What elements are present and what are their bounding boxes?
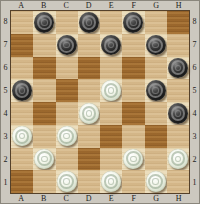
square-a5[interactable] [11,79,33,102]
square-c1[interactable] [56,170,78,193]
square-a4[interactable] [11,102,33,125]
black-man-a5[interactable] [12,80,32,101]
black-man-e7[interactable] [101,35,121,56]
file-label-top-h: H [168,1,191,10]
square-e5[interactable] [100,79,122,102]
square-d1[interactable] [78,170,100,193]
file-label-top-d: D [78,1,101,10]
square-f7[interactable] [122,34,144,57]
square-e2[interactable] [100,148,122,171]
black-man-b8[interactable] [34,12,54,33]
square-b7[interactable] [33,34,55,57]
square-f2[interactable] [122,148,144,171]
rank-label-left-3: 3 [1,125,10,148]
square-b6[interactable] [33,57,55,80]
rank-label-left-5: 5 [1,79,10,102]
square-d7[interactable] [78,34,100,57]
square-b8[interactable] [33,11,55,34]
rank-label-left-2: 2 [1,148,10,171]
square-g1[interactable] [145,170,167,193]
rank-label-right-1: 1 [190,171,199,194]
white-man-e1[interactable] [101,171,121,192]
square-e1[interactable] [100,170,122,193]
black-man-h4[interactable] [168,103,188,124]
square-d4[interactable] [78,102,100,125]
square-b1[interactable] [33,170,55,193]
rank-label-left-4: 4 [1,102,10,125]
file-label-top-b: B [33,1,56,10]
rank-label-right-4: 4 [190,102,199,125]
square-e4[interactable] [100,102,122,125]
square-e7[interactable] [100,34,122,57]
square-c2[interactable] [56,148,78,171]
white-man-b2[interactable] [34,149,54,170]
rank-label-right-7: 7 [190,33,199,56]
file-label-bottom-h: H [168,194,191,203]
square-g8[interactable] [145,11,167,34]
file-label-top-f: F [123,1,146,10]
square-h2[interactable] [167,148,189,171]
file-label-bottom-e: E [100,194,123,203]
square-a3[interactable] [11,125,33,148]
black-man-c7[interactable] [57,35,77,56]
white-man-c1[interactable] [57,171,77,192]
rank-label-left-6: 6 [1,56,10,79]
file-label-bottom-f: F [123,194,146,203]
square-c3[interactable] [56,125,78,148]
black-man-h6[interactable] [168,58,188,79]
rank-label-right-2: 2 [190,148,199,171]
square-f5[interactable] [122,79,144,102]
square-c6[interactable] [56,57,78,80]
square-f4[interactable] [122,102,144,125]
square-d6[interactable] [78,57,100,80]
rank-label-right-8: 8 [190,10,199,33]
square-h7[interactable] [167,34,189,57]
rank-label-right-6: 6 [190,56,199,79]
file-label-bottom-g: G [145,194,168,203]
file-label-bottom-b: B [33,194,56,203]
square-g7[interactable] [145,34,167,57]
square-c8[interactable] [56,11,78,34]
file-label-top-g: G [145,1,168,10]
white-man-h2[interactable] [168,149,188,170]
square-b3[interactable] [33,125,55,148]
square-h3[interactable] [167,125,189,148]
rank-label-left-8: 8 [1,10,10,33]
square-h1[interactable] [167,170,189,193]
white-man-c3[interactable] [57,126,77,147]
square-d3[interactable] [78,125,100,148]
file-labels-bottom: ABCDEFGH [10,194,190,203]
black-man-g5[interactable] [146,80,166,101]
square-e6[interactable] [100,57,122,80]
square-d8[interactable] [78,11,100,34]
black-man-f8[interactable] [123,12,143,33]
square-a6[interactable] [11,57,33,80]
rank-label-left-7: 7 [1,33,10,56]
board [10,10,190,194]
white-man-g1[interactable] [146,171,166,192]
square-f3[interactable] [122,125,144,148]
square-c4[interactable] [56,102,78,125]
square-e8[interactable] [100,11,122,34]
white-man-f2[interactable] [123,149,143,170]
square-h8[interactable] [167,11,189,34]
rank-labels-right: 87654321 [190,10,199,194]
file-labels-top: ABCDEFGH [10,1,190,10]
black-man-g7[interactable] [146,35,166,56]
file-label-top-a: A [10,1,33,10]
square-e3[interactable] [100,125,122,148]
square-f8[interactable] [122,11,144,34]
square-d5[interactable] [78,79,100,102]
rank-labels-left: 87654321 [1,10,10,194]
white-man-e5[interactable] [101,80,121,101]
square-g4[interactable] [145,102,167,125]
square-b2[interactable] [33,148,55,171]
file-label-bottom-d: D [78,194,101,203]
file-label-top-c: C [55,1,78,10]
square-c7[interactable] [56,34,78,57]
square-f6[interactable] [122,57,144,80]
square-b5[interactable] [33,79,55,102]
square-d2[interactable] [78,148,100,171]
file-label-top-e: E [100,1,123,10]
square-b4[interactable] [33,102,55,125]
rank-label-right-5: 5 [190,79,199,102]
white-man-d4[interactable] [79,103,99,124]
square-a7[interactable] [11,34,33,57]
square-g5[interactable] [145,79,167,102]
square-c5[interactable] [56,79,78,102]
rank-label-left-1: 1 [1,171,10,194]
square-h6[interactable] [167,57,189,80]
checkers-board-frame: ABCDEFGH 87654321 87654321 ABCDEFGH [0,0,200,204]
rank-label-right-3: 3 [190,125,199,148]
square-g6[interactable] [145,57,167,80]
file-label-bottom-c: C [55,194,78,203]
square-g2[interactable] [145,148,167,171]
white-man-a3[interactable] [12,126,32,147]
square-f1[interactable] [122,170,144,193]
square-a1[interactable] [11,170,33,193]
square-g3[interactable] [145,125,167,148]
square-a2[interactable] [11,148,33,171]
black-man-d8[interactable] [79,12,99,33]
square-a8[interactable] [11,11,33,34]
file-label-bottom-a: A [10,194,33,203]
square-h5[interactable] [167,79,189,102]
square-h4[interactable] [167,102,189,125]
